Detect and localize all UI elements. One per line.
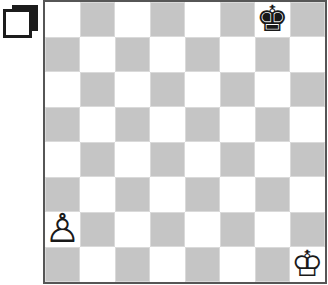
square-e1[interactable]: [185, 247, 220, 282]
square-b2[interactable]: [80, 212, 115, 247]
square-b8[interactable]: [80, 2, 115, 37]
square-g4[interactable]: [255, 142, 290, 177]
square-f4[interactable]: [220, 142, 255, 177]
square-b5[interactable]: [80, 107, 115, 142]
square-d4[interactable]: [150, 142, 185, 177]
square-c7[interactable]: [115, 37, 150, 72]
square-g8[interactable]: ♚: [255, 2, 290, 37]
black-king[interactable]: ♚: [256, 1, 288, 37]
square-e6[interactable]: [185, 72, 220, 107]
square-e7[interactable]: [185, 37, 220, 72]
square-c3[interactable]: [115, 177, 150, 212]
white-to-move-icon: [3, 5, 38, 38]
square-f5[interactable]: [220, 107, 255, 142]
square-e2[interactable]: [185, 212, 220, 247]
square-e4[interactable]: [185, 142, 220, 177]
square-d8[interactable]: [150, 2, 185, 37]
square-b4[interactable]: [80, 142, 115, 177]
square-g6[interactable]: [255, 72, 290, 107]
square-c2[interactable]: [115, 212, 150, 247]
square-c6[interactable]: [115, 72, 150, 107]
square-h3[interactable]: [290, 177, 325, 212]
square-c5[interactable]: [115, 107, 150, 142]
square-a6[interactable]: [45, 72, 80, 107]
square-d3[interactable]: [150, 177, 185, 212]
square-a1[interactable]: [45, 247, 80, 282]
square-g5[interactable]: [255, 107, 290, 142]
square-h1[interactable]: ♔: [290, 247, 325, 282]
square-g3[interactable]: [255, 177, 290, 212]
square-h8[interactable]: [290, 2, 325, 37]
square-f1[interactable]: [220, 247, 255, 282]
square-h6[interactable]: [290, 72, 325, 107]
white-pawn[interactable]: ♙: [45, 208, 81, 248]
square-e8[interactable]: [185, 2, 220, 37]
chess-diagram-canvas: ♚♙♔: [0, 0, 328, 285]
square-b1[interactable]: [80, 247, 115, 282]
square-a2[interactable]: ♙: [45, 212, 80, 247]
square-a8[interactable]: [45, 2, 80, 37]
square-d6[interactable]: [150, 72, 185, 107]
square-g7[interactable]: [255, 37, 290, 72]
square-h7[interactable]: [290, 37, 325, 72]
square-f2[interactable]: [220, 212, 255, 247]
square-d1[interactable]: [150, 247, 185, 282]
square-h5[interactable]: [290, 107, 325, 142]
square-b3[interactable]: [80, 177, 115, 212]
square-c4[interactable]: [115, 142, 150, 177]
square-a7[interactable]: [45, 37, 80, 72]
square-e5[interactable]: [185, 107, 220, 142]
square-d2[interactable]: [150, 212, 185, 247]
square-c1[interactable]: [115, 247, 150, 282]
square-g1[interactable]: [255, 247, 290, 282]
square-d7[interactable]: [150, 37, 185, 72]
square-e3[interactable]: [185, 177, 220, 212]
square-f6[interactable]: [220, 72, 255, 107]
square-h4[interactable]: [290, 142, 325, 177]
square-f8[interactable]: [220, 2, 255, 37]
square-b7[interactable]: [80, 37, 115, 72]
square-b6[interactable]: [80, 72, 115, 107]
square-c8[interactable]: [115, 2, 150, 37]
square-f7[interactable]: [220, 37, 255, 72]
square-f3[interactable]: [220, 177, 255, 212]
square-d5[interactable]: [150, 107, 185, 142]
square-g2[interactable]: [255, 212, 290, 247]
square-a5[interactable]: [45, 107, 80, 142]
white-king[interactable]: ♔: [291, 246, 323, 282]
turn-icon-white-square: [3, 9, 32, 38]
chess-board: ♚♙♔: [43, 0, 327, 284]
square-a4[interactable]: [45, 142, 80, 177]
